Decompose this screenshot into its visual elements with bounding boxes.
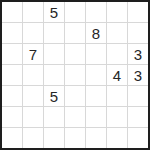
cell-r4c6[interactable]: 4 bbox=[107, 65, 127, 85]
cell-r3c5[interactable] bbox=[86, 44, 106, 64]
cell-r7c6[interactable] bbox=[107, 128, 127, 148]
cell-r6c5[interactable] bbox=[86, 107, 106, 127]
cell-r3c7[interactable]: 3 bbox=[128, 44, 148, 64]
cell-r7c3[interactable] bbox=[44, 128, 64, 148]
cell-r5c1[interactable] bbox=[2, 86, 22, 106]
cell-r7c7[interactable] bbox=[128, 128, 148, 148]
cell-r7c5[interactable] bbox=[86, 128, 106, 148]
cell-r2c1[interactable] bbox=[2, 23, 22, 43]
cell-r4c5[interactable] bbox=[86, 65, 106, 85]
cell-r7c1[interactable] bbox=[2, 128, 22, 148]
puzzle-board: 5873435 bbox=[0, 0, 150, 150]
cell-r2c6[interactable] bbox=[107, 23, 127, 43]
cell-r5c6[interactable] bbox=[107, 86, 127, 106]
cell-r1c1[interactable] bbox=[2, 2, 22, 22]
cell-r5c3[interactable]: 5 bbox=[44, 86, 64, 106]
cell-r1c5[interactable] bbox=[86, 2, 106, 22]
cell-r2c2[interactable] bbox=[23, 23, 43, 43]
cell-r5c2[interactable] bbox=[23, 86, 43, 106]
cell-r5c7[interactable] bbox=[128, 86, 148, 106]
cell-r1c6[interactable] bbox=[107, 2, 127, 22]
cell-r1c2[interactable] bbox=[23, 2, 43, 22]
cell-r3c1[interactable] bbox=[2, 44, 22, 64]
cell-r2c5[interactable]: 8 bbox=[86, 23, 106, 43]
cell-r2c7[interactable] bbox=[128, 23, 148, 43]
cell-r4c7[interactable]: 3 bbox=[128, 65, 148, 85]
cell-r5c4[interactable] bbox=[65, 86, 85, 106]
cell-r2c4[interactable] bbox=[65, 23, 85, 43]
cell-r3c4[interactable] bbox=[65, 44, 85, 64]
cell-r5c5[interactable] bbox=[86, 86, 106, 106]
cell-r6c1[interactable] bbox=[2, 107, 22, 127]
cell-r3c2[interactable]: 7 bbox=[23, 44, 43, 64]
cell-r4c2[interactable] bbox=[23, 65, 43, 85]
cell-r6c6[interactable] bbox=[107, 107, 127, 127]
cell-r6c2[interactable] bbox=[23, 107, 43, 127]
cell-r1c7[interactable] bbox=[128, 2, 148, 22]
cell-r4c4[interactable] bbox=[65, 65, 85, 85]
cell-r3c6[interactable] bbox=[107, 44, 127, 64]
cell-r7c4[interactable] bbox=[65, 128, 85, 148]
cell-r7c2[interactable] bbox=[23, 128, 43, 148]
cell-r6c3[interactable] bbox=[44, 107, 64, 127]
cell-r4c1[interactable] bbox=[2, 65, 22, 85]
cell-r6c7[interactable] bbox=[128, 107, 148, 127]
cell-r4c3[interactable] bbox=[44, 65, 64, 85]
cell-r1c4[interactable] bbox=[65, 2, 85, 22]
cell-r3c3[interactable] bbox=[44, 44, 64, 64]
cell-r2c3[interactable] bbox=[44, 23, 64, 43]
cell-r6c4[interactable] bbox=[65, 107, 85, 127]
cell-r1c3[interactable]: 5 bbox=[44, 2, 64, 22]
